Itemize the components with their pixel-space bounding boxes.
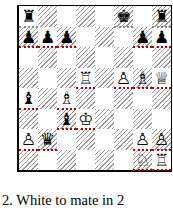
square-h5: ♕ bbox=[152, 68, 171, 89]
square-a8: ♜ bbox=[19, 6, 38, 27]
piece-black-pawn: ♟ bbox=[59, 27, 74, 47]
square-c2 bbox=[57, 129, 76, 150]
piece-white-rook: ♖ bbox=[154, 150, 169, 170]
square-c1 bbox=[57, 150, 76, 171]
square-c8 bbox=[57, 6, 76, 27]
square-h1: ♖ bbox=[152, 150, 171, 171]
piece-white-queen: ♕ bbox=[154, 68, 169, 88]
piece-black-rook: ♜ bbox=[21, 6, 36, 26]
square-b6 bbox=[38, 47, 57, 68]
square-c7: ♟ bbox=[57, 27, 76, 48]
square-h7: ♟ bbox=[152, 27, 171, 48]
piece-white-pawn: ♙ bbox=[154, 129, 169, 149]
square-b8 bbox=[38, 6, 57, 27]
piece-white-pawn: ♙ bbox=[21, 129, 36, 149]
square-g2: ♙ bbox=[133, 129, 152, 150]
square-a6 bbox=[19, 47, 38, 68]
piece-white-bishop: ♗ bbox=[59, 88, 74, 108]
piece-white-pawn: ♙ bbox=[135, 129, 150, 149]
square-d8 bbox=[76, 6, 95, 27]
square-g5: ♗ bbox=[133, 68, 152, 89]
piece-black-pawn: ♟ bbox=[40, 27, 55, 47]
square-h4 bbox=[152, 88, 171, 109]
square-a7: ♟ bbox=[19, 27, 38, 48]
square-e5 bbox=[95, 68, 114, 89]
piece-black-pawn: ♟ bbox=[135, 27, 150, 47]
square-e3 bbox=[95, 109, 114, 130]
square-f1 bbox=[114, 150, 133, 171]
square-f2 bbox=[114, 129, 133, 150]
square-d2 bbox=[76, 129, 95, 150]
square-h6 bbox=[152, 47, 171, 68]
chess-board: ♜♚♜♟♟♟♟♟♖♙♗♕♝♗♝♔♙♛♙♙♘♖ bbox=[17, 5, 172, 172]
square-g6 bbox=[133, 47, 152, 68]
square-e2 bbox=[95, 129, 114, 150]
piece-black-pawn: ♟ bbox=[154, 27, 169, 47]
square-g8 bbox=[133, 6, 152, 27]
square-e8 bbox=[95, 6, 114, 27]
square-h8: ♜ bbox=[152, 6, 171, 27]
square-f3 bbox=[114, 109, 133, 130]
square-b7: ♟ bbox=[38, 27, 57, 48]
square-a2: ♙ bbox=[19, 129, 38, 150]
square-c5 bbox=[57, 68, 76, 89]
square-h3 bbox=[152, 109, 171, 130]
square-f8: ♚ bbox=[114, 6, 133, 27]
square-d1 bbox=[76, 150, 95, 171]
square-a3 bbox=[19, 109, 38, 130]
square-c3: ♝ bbox=[57, 109, 76, 130]
square-b5 bbox=[38, 68, 57, 89]
square-b3 bbox=[38, 109, 57, 130]
piece-black-king: ♚ bbox=[116, 6, 131, 26]
piece-white-king: ♔ bbox=[78, 109, 93, 129]
square-f6 bbox=[114, 47, 133, 68]
square-d5: ♖ bbox=[76, 68, 95, 89]
square-g3 bbox=[133, 109, 152, 130]
square-h2: ♙ bbox=[152, 129, 171, 150]
square-g7: ♟ bbox=[133, 27, 152, 48]
square-g1: ♘ bbox=[133, 150, 152, 171]
square-a4: ♝ bbox=[19, 88, 38, 109]
square-d3: ♔ bbox=[76, 109, 95, 130]
square-d6 bbox=[76, 47, 95, 68]
square-g4 bbox=[133, 88, 152, 109]
square-f4 bbox=[114, 88, 133, 109]
square-b4 bbox=[38, 88, 57, 109]
square-b1 bbox=[38, 150, 57, 171]
piece-black-queen: ♛ bbox=[40, 129, 55, 149]
square-e7 bbox=[95, 27, 114, 48]
piece-black-bishop: ♝ bbox=[21, 88, 36, 108]
piece-white-bishop: ♗ bbox=[135, 68, 150, 88]
puzzle-caption: 2. White to mate in 2 bbox=[2, 192, 124, 209]
piece-white-pawn: ♙ bbox=[116, 68, 131, 88]
square-c4: ♗ bbox=[57, 88, 76, 109]
square-f5: ♙ bbox=[114, 68, 133, 89]
square-c6 bbox=[57, 47, 76, 68]
piece-black-pawn: ♟ bbox=[21, 27, 36, 47]
piece-white-rook: ♖ bbox=[78, 68, 93, 88]
square-a5 bbox=[19, 68, 38, 89]
square-d4 bbox=[76, 88, 95, 109]
square-d7 bbox=[76, 27, 95, 48]
piece-white-knight: ♘ bbox=[135, 150, 150, 170]
square-a1 bbox=[19, 150, 38, 171]
piece-black-rook: ♜ bbox=[154, 6, 169, 26]
square-e1 bbox=[95, 150, 114, 171]
piece-black-bishop: ♝ bbox=[59, 109, 74, 129]
square-f7 bbox=[114, 27, 133, 48]
square-b2: ♛ bbox=[38, 129, 57, 150]
square-e6 bbox=[95, 47, 114, 68]
square-e4 bbox=[95, 88, 114, 109]
